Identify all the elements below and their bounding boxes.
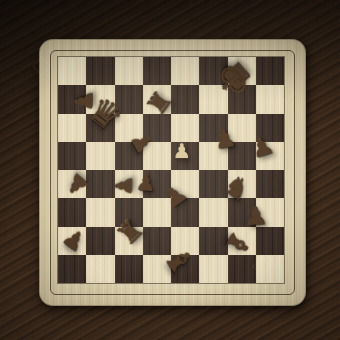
piece-dark-pawn-a4-fallen[interactable]: ♟	[61, 169, 93, 201]
pieces-layer: ♟♛♜♚♟♟♟♟♟♟♟♟♜♟♝♞♟♝	[0, 0, 340, 340]
piece-dark-pawn-h5-fallen[interactable]: ♟	[247, 132, 276, 163]
piece-dark-pawn-f6-fallen[interactable]: ♟	[212, 125, 238, 154]
piece-dark-pawn-d4-fallen[interactable]: ♟	[135, 171, 158, 196]
piece-dark-rook-c2-fallen[interactable]: ♜	[112, 214, 148, 250]
piece-dark-pawn-e4-fallen[interactable]: ♟	[159, 179, 192, 212]
piece-dark-pawn-d5-fallen[interactable]: ♟	[126, 128, 158, 159]
piece-dark-pawn-h3-fallen[interactable]: ♟	[244, 203, 269, 230]
piece-dark-bishop-e1-fallen[interactable]: ♝	[158, 241, 199, 282]
piece-dark-rook-d7-fallen[interactable]: ♜	[142, 86, 177, 120]
piece-dark-pawn-c4-fallen[interactable]: ♟	[113, 176, 136, 197]
piece-dark-pawn-a2-fallen[interactable]: ♟	[58, 224, 89, 256]
piece-dark-king-g8-fallen[interactable]: ♚	[207, 52, 261, 105]
chessboard-photo: ♟♛♜♚♟♟♟♟♟♟♟♟♜♟♝♞♟♝ ◇◇◇◇	[0, 0, 340, 340]
piece-white-pawn-e5-standing[interactable]: ♟	[173, 141, 191, 161]
